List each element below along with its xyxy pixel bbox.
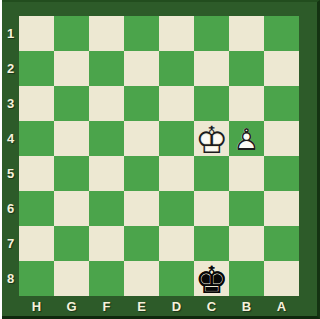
square-c1[interactable] [194,16,229,51]
square-g8[interactable] [54,261,89,296]
square-a3[interactable] [264,86,299,121]
square-h2[interactable] [19,51,54,86]
file-label-a: A [264,297,299,316]
square-d4[interactable] [159,121,194,156]
square-b4[interactable]: ♟♙ [229,121,264,156]
square-g3[interactable] [54,86,89,121]
square-d3[interactable] [159,86,194,121]
chess-diagram: 12345678 ♚♔♟♙♚♚ HGFEDCBA [0,0,320,319]
white-pawn-piece: ♟♙ [229,121,264,156]
square-h1[interactable] [19,16,54,51]
file-labels: HGFEDCBA [19,297,299,316]
square-b7[interactable] [229,226,264,261]
square-c7[interactable] [194,226,229,261]
square-d5[interactable] [159,156,194,191]
rank-labels: 12345678 [2,16,19,296]
square-c5[interactable] [194,156,229,191]
square-f6[interactable] [89,191,124,226]
board-frame: 12345678 ♚♔♟♙♚♚ HGFEDCBA [2,0,320,319]
square-a5[interactable] [264,156,299,191]
square-c8[interactable]: ♚♚ [194,261,229,296]
square-d7[interactable] [159,226,194,261]
square-f3[interactable] [89,86,124,121]
square-g4[interactable] [54,121,89,156]
square-a2[interactable] [264,51,299,86]
square-a6[interactable] [264,191,299,226]
square-b1[interactable] [229,16,264,51]
square-d2[interactable] [159,51,194,86]
white-pawn-fill-glyph: ♟ [233,125,260,155]
square-g6[interactable] [54,191,89,226]
square-g1[interactable] [54,16,89,51]
rank-label-4: 4 [2,121,19,156]
white-pawn-outline-glyph: ♙ [233,125,260,155]
file-label-g: G [54,297,89,316]
rank-label-8: 8 [2,261,19,296]
rank-label-2: 2 [2,51,19,86]
rank-label-5: 5 [2,156,19,191]
square-a8[interactable] [264,261,299,296]
white-king-piece: ♚♔ [194,121,229,156]
white-king-outline-glyph: ♔ [195,122,228,159]
square-e7[interactable] [124,226,159,261]
square-c6[interactable] [194,191,229,226]
square-a4[interactable] [264,121,299,156]
square-a7[interactable] [264,226,299,261]
file-label-d: D [159,297,194,316]
black-king-outline-glyph: ♚ [195,262,228,299]
rank-label-7: 7 [2,226,19,261]
square-b2[interactable] [229,51,264,86]
file-label-f: F [89,297,124,316]
square-h5[interactable] [19,156,54,191]
square-h4[interactable] [19,121,54,156]
square-h7[interactable] [19,226,54,261]
square-e3[interactable] [124,86,159,121]
square-a1[interactable] [264,16,299,51]
square-f8[interactable] [89,261,124,296]
square-b3[interactable] [229,86,264,121]
square-b5[interactable] [229,156,264,191]
square-e6[interactable] [124,191,159,226]
file-label-e: E [124,297,159,316]
square-b6[interactable] [229,191,264,226]
chess-board: ♚♔♟♙♚♚ [19,16,299,296]
square-g5[interactable] [54,156,89,191]
square-h3[interactable] [19,86,54,121]
file-label-h: H [19,297,54,316]
square-g2[interactable] [54,51,89,86]
square-c2[interactable] [194,51,229,86]
square-b8[interactable] [229,261,264,296]
square-h6[interactable] [19,191,54,226]
square-f2[interactable] [89,51,124,86]
white-king-fill-glyph: ♚ [195,122,228,159]
square-f5[interactable] [89,156,124,191]
square-f4[interactable] [89,121,124,156]
square-c3[interactable] [194,86,229,121]
square-f1[interactable] [89,16,124,51]
square-c4[interactable]: ♚♔ [194,121,229,156]
black-king-fill-glyph: ♚ [195,262,228,299]
square-e8[interactable] [124,261,159,296]
square-e1[interactable] [124,16,159,51]
square-g7[interactable] [54,226,89,261]
file-label-c: C [194,297,229,316]
square-f7[interactable] [89,226,124,261]
square-e4[interactable] [124,121,159,156]
square-e2[interactable] [124,51,159,86]
square-d6[interactable] [159,191,194,226]
black-king-piece: ♚♚ [194,261,229,296]
square-h8[interactable] [19,261,54,296]
square-d8[interactable] [159,261,194,296]
rank-label-6: 6 [2,191,19,226]
file-label-b: B [229,297,264,316]
square-e5[interactable] [124,156,159,191]
square-d1[interactable] [159,16,194,51]
rank-label-3: 3 [2,86,19,121]
rank-label-1: 1 [2,16,19,51]
